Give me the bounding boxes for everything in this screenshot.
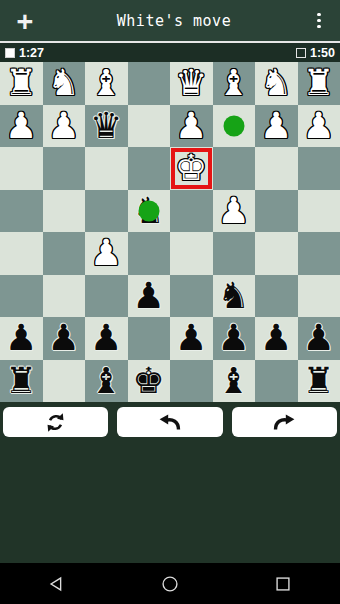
square-e5[interactable] — [128, 232, 171, 275]
square-h6[interactable] — [0, 275, 43, 318]
black-pawn: ♟ — [5, 317, 37, 359]
toolbar — [0, 402, 340, 437]
square-f3[interactable] — [85, 147, 128, 190]
square-a4[interactable] — [298, 190, 340, 233]
black-pawn: ♟ — [90, 317, 122, 359]
white-rook: ♜ — [5, 62, 37, 104]
black-bishop: ♝ — [218, 360, 250, 402]
flip-refresh-button[interactable] — [3, 407, 108, 437]
square-b5[interactable] — [255, 232, 298, 275]
square-e8[interactable]: ♚ — [128, 360, 171, 403]
square-h8[interactable]: ♜ — [0, 360, 43, 403]
move-indicator-dot — [223, 115, 244, 136]
square-f8[interactable]: ♝ — [85, 360, 128, 403]
white-pawn: ♟ — [90, 232, 122, 274]
white-clock: 1:27 — [5, 46, 44, 60]
add-button[interactable]: + — [0, 0, 50, 41]
back-triangle-icon — [47, 574, 67, 594]
square-g8[interactable] — [43, 360, 86, 403]
square-a7[interactable]: ♟ — [298, 317, 340, 360]
filled-square-icon — [5, 48, 15, 58]
square-b1[interactable]: ♞ — [255, 62, 298, 105]
square-e2[interactable] — [128, 105, 171, 148]
square-f7[interactable]: ♟ — [85, 317, 128, 360]
background-area — [0, 402, 340, 563]
android-nav-bar — [0, 563, 340, 604]
black-pawn: ♟ — [175, 317, 207, 359]
black-king: ♚ — [133, 360, 165, 402]
square-a6[interactable] — [298, 275, 340, 318]
square-h5[interactable] — [0, 232, 43, 275]
app-window: + White's move 1:27 1:50 ♜♞♝♛♝♞♜♟♟♛♟♟♟♚♞… — [0, 0, 340, 604]
white-queen: ♛ — [175, 62, 207, 104]
white-rook: ♜ — [303, 62, 335, 104]
black-rook: ♜ — [303, 360, 335, 402]
square-f6[interactable] — [85, 275, 128, 318]
square-a2[interactable]: ♟ — [298, 105, 340, 148]
black-knight: ♞ — [133, 190, 165, 232]
square-d4[interactable] — [170, 190, 213, 233]
square-h2[interactable]: ♟ — [0, 105, 43, 148]
square-f2[interactable]: ♛ — [85, 105, 128, 148]
square-a1[interactable]: ♜ — [298, 62, 340, 105]
black-pawn: ♟ — [260, 317, 292, 359]
square-f1[interactable]: ♝ — [85, 62, 128, 105]
square-b3[interactable] — [255, 147, 298, 190]
square-d6[interactable] — [170, 275, 213, 318]
square-h3[interactable] — [0, 147, 43, 190]
square-d1[interactable]: ♛ — [170, 62, 213, 105]
redo-button[interactable] — [232, 407, 337, 437]
white-knight: ♞ — [48, 62, 80, 104]
square-g3[interactable] — [43, 147, 86, 190]
white-pawn: ♟ — [48, 105, 80, 147]
square-c1[interactable]: ♝ — [213, 62, 256, 105]
square-h7[interactable]: ♟ — [0, 317, 43, 360]
square-a5[interactable] — [298, 232, 340, 275]
square-g5[interactable] — [43, 232, 86, 275]
square-d7[interactable]: ♟ — [170, 317, 213, 360]
square-c2[interactable] — [213, 105, 256, 148]
square-b4[interactable] — [255, 190, 298, 233]
square-h4[interactable] — [0, 190, 43, 233]
square-b8[interactable] — [255, 360, 298, 403]
square-g7[interactable]: ♟ — [43, 317, 86, 360]
square-a3[interactable] — [298, 147, 340, 190]
undo-arrow-icon — [157, 411, 183, 433]
white-bishop: ♝ — [90, 62, 122, 104]
square-g4[interactable] — [43, 190, 86, 233]
white-king: ♚ — [175, 147, 207, 189]
black-clock: 1:50 — [296, 46, 335, 60]
black-pawn: ♟ — [303, 317, 335, 359]
home-button[interactable] — [140, 563, 200, 604]
square-c3[interactable] — [213, 147, 256, 190]
white-pawn: ♟ — [260, 105, 292, 147]
black-pawn: ♟ — [48, 317, 80, 359]
black-rook: ♜ — [5, 360, 37, 402]
square-d8[interactable] — [170, 360, 213, 403]
white-knight: ♞ — [260, 62, 292, 104]
square-b6[interactable] — [255, 275, 298, 318]
square-d3[interactable]: ♚ — [170, 147, 213, 190]
square-e1[interactable] — [128, 62, 171, 105]
chess-board: ♜♞♝♛♝♞♜♟♟♛♟♟♟♚♞♟♟♟♞♟♟♟♟♟♟♟♜♝♚♝♜ — [0, 62, 340, 402]
square-d2[interactable]: ♟ — [170, 105, 213, 148]
black-clock-time: 1:50 — [310, 46, 335, 60]
square-e6[interactable]: ♟ — [128, 275, 171, 318]
square-a8[interactable]: ♜ — [298, 360, 340, 403]
white-pawn: ♟ — [303, 105, 335, 147]
square-g1[interactable]: ♞ — [43, 62, 86, 105]
cycle-arrows-icon — [44, 411, 67, 434]
black-pawn: ♟ — [218, 317, 250, 359]
back-button[interactable] — [27, 563, 87, 604]
square-e3[interactable] — [128, 147, 171, 190]
home-circle-icon — [160, 574, 180, 594]
kebab-menu-icon[interactable] — [298, 0, 340, 41]
outline-square-icon — [296, 48, 306, 58]
square-b7[interactable]: ♟ — [255, 317, 298, 360]
redo-arrow-icon — [271, 411, 297, 433]
recents-button[interactable] — [253, 563, 313, 604]
square-b2[interactable]: ♟ — [255, 105, 298, 148]
square-e7[interactable] — [128, 317, 171, 360]
black-knight: ♞ — [218, 275, 250, 317]
square-g6[interactable] — [43, 275, 86, 318]
undo-button[interactable] — [117, 407, 222, 437]
white-clock-time: 1:27 — [19, 46, 44, 60]
white-pawn: ♟ — [218, 190, 250, 232]
clock-bar: 1:27 1:50 — [0, 43, 340, 62]
black-bishop: ♝ — [90, 360, 122, 402]
black-queen: ♛ — [90, 105, 122, 147]
square-c4[interactable]: ♟ — [213, 190, 256, 233]
page-title: White's move — [50, 12, 298, 30]
white-bishop: ♝ — [218, 62, 250, 104]
square-f5[interactable]: ♟ — [85, 232, 128, 275]
square-c6[interactable]: ♞ — [213, 275, 256, 318]
recents-square-icon — [273, 574, 293, 594]
title-bar: + White's move — [0, 0, 340, 41]
square-c7[interactable]: ♟ — [213, 317, 256, 360]
square-f4[interactable] — [85, 190, 128, 233]
square-e4[interactable]: ♞ — [128, 190, 171, 233]
white-pawn: ♟ — [175, 105, 207, 147]
square-c8[interactable]: ♝ — [213, 360, 256, 403]
square-g2[interactable]: ♟ — [43, 105, 86, 148]
black-pawn: ♟ — [133, 275, 165, 317]
square-h1[interactable]: ♜ — [0, 62, 43, 105]
square-d5[interactable] — [170, 232, 213, 275]
white-pawn: ♟ — [5, 105, 37, 147]
square-c5[interactable] — [213, 232, 256, 275]
